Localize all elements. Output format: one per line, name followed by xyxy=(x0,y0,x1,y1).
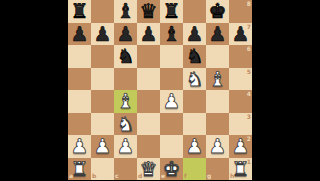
square-c5[interactable] xyxy=(114,68,137,91)
black-knight[interactable]: ♞ xyxy=(183,45,206,68)
square-f4[interactable] xyxy=(183,90,206,113)
white-knight[interactable]: ♞ xyxy=(114,113,137,136)
coord-rank-6: 6 xyxy=(247,46,251,52)
black-queen[interactable]: ♛ xyxy=(137,0,160,23)
square-b3[interactable] xyxy=(91,113,114,136)
square-e3[interactable] xyxy=(160,113,183,136)
square-a3[interactable] xyxy=(68,113,91,136)
square-g8[interactable]: ♚ xyxy=(206,0,229,23)
square-a6[interactable] xyxy=(68,45,91,68)
square-b2[interactable]: ♟ xyxy=(91,135,114,158)
square-b5[interactable] xyxy=(91,68,114,91)
square-d5[interactable] xyxy=(137,68,160,91)
black-bishop[interactable]: ♝ xyxy=(114,0,137,23)
white-knight[interactable]: ♞ xyxy=(183,68,206,91)
square-f8[interactable] xyxy=(183,0,206,23)
white-queen[interactable]: ♛ xyxy=(137,158,160,181)
square-c2[interactable]: ♟ xyxy=(114,135,137,158)
black-pawn[interactable]: ♟ xyxy=(114,23,137,46)
square-a4[interactable] xyxy=(68,90,91,113)
black-pawn[interactable]: ♟ xyxy=(206,23,229,46)
square-c3[interactable]: ♞ xyxy=(114,113,137,136)
black-rook[interactable]: ♜ xyxy=(160,0,183,23)
black-knight[interactable]: ♞ xyxy=(114,45,137,68)
square-e8[interactable]: ♜ xyxy=(160,0,183,23)
square-c7[interactable]: ♟ xyxy=(114,23,137,46)
square-b6[interactable] xyxy=(91,45,114,68)
square-g3[interactable] xyxy=(206,113,229,136)
square-a5[interactable] xyxy=(68,68,91,91)
square-f7[interactable]: ♟ xyxy=(183,23,206,46)
white-pawn[interactable]: ♟ xyxy=(91,135,114,158)
white-pawn[interactable]: ♟ xyxy=(68,135,91,158)
square-h3[interactable]: 3 xyxy=(229,113,252,136)
square-c6[interactable]: ♞ xyxy=(114,45,137,68)
square-e4[interactable]: ♟ xyxy=(160,90,183,113)
square-b1[interactable]: b xyxy=(91,158,114,181)
white-king[interactable]: ♚ xyxy=(160,158,183,181)
white-rook[interactable]: ♜ xyxy=(68,158,91,181)
white-pawn[interactable]: ♟ xyxy=(114,135,137,158)
square-a1[interactable]: ♜a xyxy=(68,158,91,181)
square-d6[interactable] xyxy=(137,45,160,68)
black-pawn[interactable]: ♟ xyxy=(183,23,206,46)
white-pawn[interactable]: ♟ xyxy=(229,135,252,158)
square-f1[interactable]: f xyxy=(183,158,206,181)
black-pawn[interactable]: ♟ xyxy=(229,23,252,46)
square-h5[interactable]: 5 xyxy=(229,68,252,91)
black-bishop[interactable]: ♝ xyxy=(160,23,183,46)
square-d7[interactable]: ♟ xyxy=(137,23,160,46)
white-pawn[interactable]: ♟ xyxy=(183,135,206,158)
square-d2[interactable] xyxy=(137,135,160,158)
square-h6[interactable]: 6 xyxy=(229,45,252,68)
square-h8[interactable]: 8 xyxy=(229,0,252,23)
square-e5[interactable] xyxy=(160,68,183,91)
square-e7[interactable]: ♝ xyxy=(160,23,183,46)
square-d8[interactable]: ♛ xyxy=(137,0,160,23)
square-h4[interactable]: 4 xyxy=(229,90,252,113)
square-a2[interactable]: ♟ xyxy=(68,135,91,158)
square-f3[interactable] xyxy=(183,113,206,136)
white-rook[interactable]: ♜ xyxy=(229,158,252,181)
coord-rank-8: 8 xyxy=(247,1,251,7)
square-a8[interactable]: ♜ xyxy=(68,0,91,23)
white-pawn[interactable]: ♟ xyxy=(206,135,229,158)
coord-file-g: g xyxy=(207,173,211,179)
square-c8[interactable]: ♝ xyxy=(114,0,137,23)
square-g6[interactable] xyxy=(206,45,229,68)
square-b4[interactable] xyxy=(91,90,114,113)
square-d1[interactable]: ♛d xyxy=(137,158,160,181)
coord-rank-3: 3 xyxy=(247,114,251,120)
square-g4[interactable] xyxy=(206,90,229,113)
black-pawn[interactable]: ♟ xyxy=(68,23,91,46)
white-bishop[interactable]: ♝ xyxy=(206,68,229,91)
coord-rank-4: 4 xyxy=(247,91,251,97)
black-king[interactable]: ♚ xyxy=(206,0,229,23)
square-g5[interactable]: ♝ xyxy=(206,68,229,91)
square-h1[interactable]: ♜h1 xyxy=(229,158,252,181)
chess-board: ♜♝♛♜♚8♟♟♟♟♝♟♟♟7♞♞6♞♝5♝♟4♞3♟♟♟♟♟♟2♜abc♛d♚… xyxy=(68,0,252,180)
square-g2[interactable]: ♟ xyxy=(206,135,229,158)
square-c1[interactable]: c xyxy=(114,158,137,181)
coord-file-b: b xyxy=(92,173,96,179)
square-d4[interactable] xyxy=(137,90,160,113)
white-bishop[interactable]: ♝ xyxy=(114,90,137,113)
black-pawn[interactable]: ♟ xyxy=(137,23,160,46)
square-b8[interactable] xyxy=(91,0,114,23)
black-rook[interactable]: ♜ xyxy=(68,0,91,23)
square-h7[interactable]: ♟7 xyxy=(229,23,252,46)
square-d3[interactable] xyxy=(137,113,160,136)
coord-file-f: f xyxy=(184,173,187,179)
square-a7[interactable]: ♟ xyxy=(68,23,91,46)
square-f6[interactable]: ♞ xyxy=(183,45,206,68)
square-g7[interactable]: ♟ xyxy=(206,23,229,46)
coord-file-c: c xyxy=(115,173,119,179)
black-pawn[interactable]: ♟ xyxy=(91,23,114,46)
square-e6[interactable] xyxy=(160,45,183,68)
square-f2[interactable]: ♟ xyxy=(183,135,206,158)
square-f5[interactable]: ♞ xyxy=(183,68,206,91)
square-h2[interactable]: ♟2 xyxy=(229,135,252,158)
square-e1[interactable]: ♚e xyxy=(160,158,183,181)
square-g1[interactable]: g xyxy=(206,158,229,181)
white-pawn[interactable]: ♟ xyxy=(160,90,183,113)
coord-rank-5: 5 xyxy=(247,69,251,75)
square-e2[interactable] xyxy=(160,135,183,158)
square-b7[interactable]: ♟ xyxy=(91,23,114,46)
square-c4[interactable]: ♝ xyxy=(114,90,137,113)
